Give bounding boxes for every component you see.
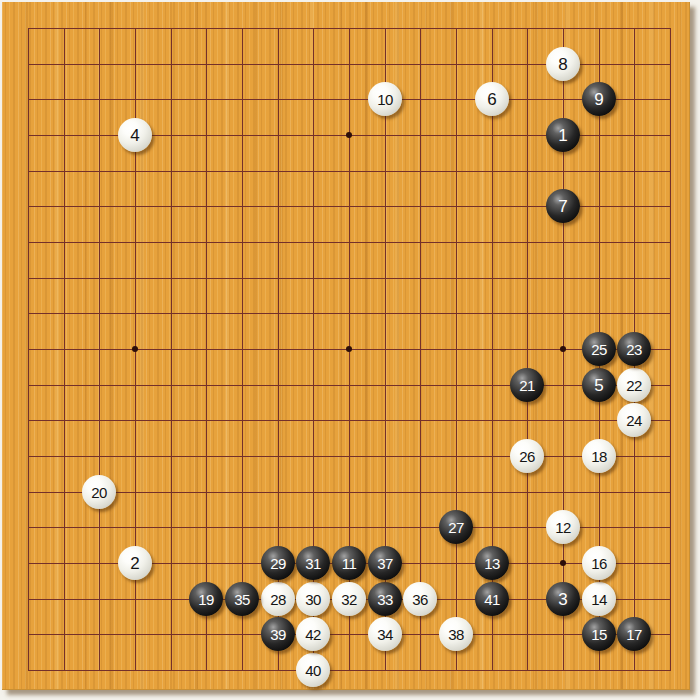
stone-27: 27 [439,510,473,544]
screenshot-root: 1234567891011121314151617181920212223242… [0,0,700,700]
star-point [132,346,138,352]
stone-number: 19 [198,592,214,607]
stone-number: 4 [130,127,139,144]
stone-4: 4 [118,118,152,152]
stone-5: 5 [582,368,616,402]
grid-line-horizontal [28,492,671,493]
stone-24: 24 [617,403,651,437]
stone-26: 26 [510,439,544,473]
grid-line-horizontal [28,420,671,421]
stone-19: 19 [189,582,223,616]
stone-number: 6 [487,91,496,108]
stone-22: 22 [617,368,651,402]
stone-number: 24 [626,413,642,428]
stone-8: 8 [546,47,580,81]
stone-number: 42 [305,627,321,642]
stone-9: 9 [582,82,616,116]
stone-38: 38 [439,617,473,651]
grid-line-vertical [420,28,421,671]
stone-29: 29 [261,546,295,580]
stone-15: 15 [582,617,616,651]
stone-number: 31 [305,556,321,571]
grid-line-vertical [527,28,528,671]
stone-number: 32 [341,592,357,607]
stone-39: 39 [261,617,295,651]
stone-number: 22 [626,378,642,393]
stone-number: 28 [270,592,286,607]
go-board[interactable]: 1234567891011121314151617181920212223242… [0,0,700,700]
stone-1: 1 [546,118,580,152]
stone-2: 2 [118,546,152,580]
stone-number: 11 [342,556,357,571]
star-point [560,346,566,352]
stone-number: 16 [591,556,607,571]
stone-25: 25 [582,332,616,366]
stone-number: 8 [558,56,567,73]
stone-10: 10 [368,82,402,116]
star-point [346,132,352,138]
stone-number: 36 [412,592,428,607]
grid-line-vertical [456,28,457,671]
stone-number: 2 [130,555,139,572]
stone-number: 20 [91,485,107,500]
stone-17: 17 [617,617,651,651]
stone-number: 40 [305,663,321,678]
stone-11: 11 [332,546,366,580]
grid-line-horizontal [28,385,671,386]
stone-number: 30 [305,592,321,607]
stone-number: 1 [558,127,567,144]
stone-41: 41 [475,582,509,616]
stone-16: 16 [582,546,616,580]
stone-number: 34 [377,627,393,642]
stone-7: 7 [546,189,580,223]
star-point [560,560,566,566]
stone-number: 37 [377,556,393,571]
stone-31: 31 [296,546,330,580]
stone-35: 35 [225,582,259,616]
stone-13: 13 [475,546,509,580]
stone-number: 13 [484,556,500,571]
stone-32: 32 [332,582,366,616]
grid-line-vertical [670,28,671,671]
stone-23: 23 [617,332,651,366]
stone-28: 28 [261,582,295,616]
stone-30: 30 [296,582,330,616]
grid-line-horizontal [28,670,671,671]
grid-line-horizontal [28,634,671,635]
stone-number: 7 [558,198,567,215]
stone-number: 10 [377,92,393,107]
stone-number: 41 [484,592,500,607]
stone-14: 14 [582,582,616,616]
stone-number: 3 [558,591,567,608]
stone-37: 37 [368,546,402,580]
stone-number: 27 [448,520,464,535]
stone-number: 5 [594,377,603,394]
stone-3: 3 [546,582,580,616]
stone-21: 21 [510,368,544,402]
stone-number: 29 [270,556,286,571]
stone-number: 38 [448,627,464,642]
stone-36: 36 [403,582,437,616]
stone-40: 40 [296,653,330,687]
stone-33: 33 [368,582,402,616]
stone-number: 15 [591,627,607,642]
stone-20: 20 [82,475,116,509]
stone-34: 34 [368,617,402,651]
stone-number: 21 [519,378,535,393]
stone-number: 17 [626,627,642,642]
stone-number: 14 [591,592,607,607]
stone-number: 23 [626,342,642,357]
stone-number: 12 [555,520,571,535]
stone-12: 12 [546,510,580,544]
stone-number: 26 [519,449,535,464]
stone-42: 42 [296,617,330,651]
stone-number: 25 [591,342,607,357]
grid-line-horizontal [28,456,671,457]
star-point [346,346,352,352]
stone-number: 39 [270,627,286,642]
stone-18: 18 [582,439,616,473]
stone-number: 33 [377,592,393,607]
stone-number: 9 [594,91,603,108]
stone-number: 18 [591,449,607,464]
stone-number: 35 [234,592,250,607]
stone-6: 6 [475,82,509,116]
